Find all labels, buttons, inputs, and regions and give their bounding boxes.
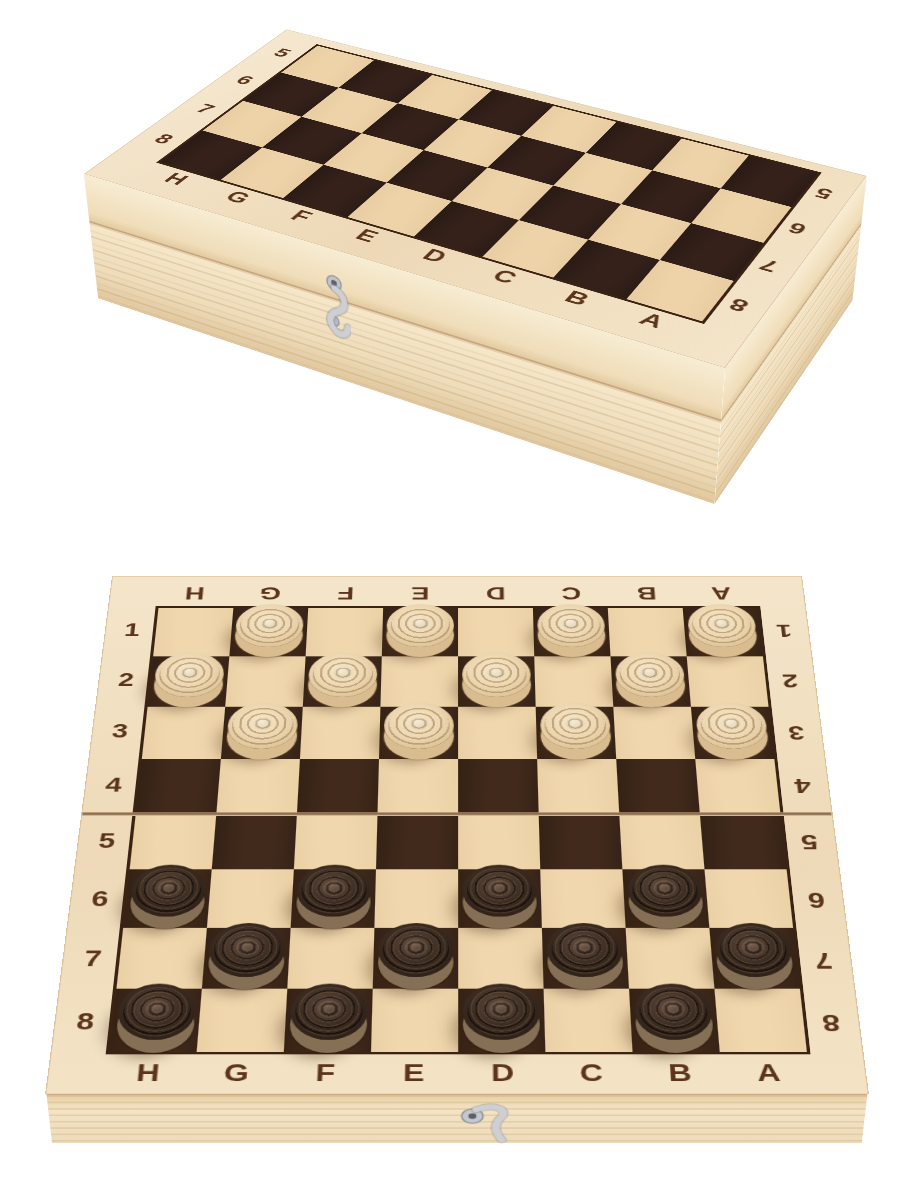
dark-checker-d6 bbox=[463, 865, 538, 917]
square-c7 bbox=[542, 928, 629, 989]
file-label-top-A: A bbox=[683, 582, 760, 605]
light-checker-a3 bbox=[695, 703, 769, 749]
square-f6 bbox=[291, 869, 376, 927]
square-b8 bbox=[629, 989, 720, 1052]
lid-square-e8 bbox=[348, 183, 452, 237]
lid-square-d7 bbox=[452, 168, 554, 221]
square-f2 bbox=[303, 656, 382, 706]
lid-square-a7 bbox=[660, 223, 764, 281]
square-a6 bbox=[704, 869, 793, 927]
square-f8 bbox=[284, 989, 373, 1052]
square-a5 bbox=[700, 813, 787, 869]
file-label-bottom-G: G bbox=[191, 1056, 282, 1090]
square-a1 bbox=[683, 608, 763, 657]
square-a4 bbox=[695, 759, 780, 813]
square-c6 bbox=[540, 869, 625, 927]
file-label-top-E: E bbox=[382, 582, 458, 605]
square-f1 bbox=[306, 608, 384, 657]
square-d5 bbox=[458, 813, 540, 869]
lid-square-a8 bbox=[626, 260, 733, 321]
square-c4 bbox=[537, 759, 619, 813]
square-c5 bbox=[539, 813, 623, 869]
lid-file-label-D: D bbox=[389, 235, 480, 277]
lid-square-b7 bbox=[588, 204, 691, 260]
square-c3 bbox=[536, 707, 617, 759]
dark-checker-b8 bbox=[633, 984, 714, 1040]
square-c1 bbox=[533, 608, 611, 657]
file-label-top-H: H bbox=[156, 582, 233, 605]
closed-box-scene: 5678 5678 HGFEDCBA bbox=[0, 0, 900, 556]
light-checker-b2 bbox=[614, 652, 686, 697]
clasp-hook-icon bbox=[318, 268, 352, 372]
square-f3 bbox=[300, 707, 380, 759]
file-label-bottom-D: D bbox=[458, 1056, 547, 1090]
dark-checker-h8 bbox=[115, 984, 197, 1040]
dark-checker-b6 bbox=[627, 865, 704, 917]
light-checker-g3 bbox=[226, 703, 299, 749]
light-checker-d2 bbox=[462, 652, 531, 697]
rank-label-left-3: 3 bbox=[97, 706, 142, 759]
square-b2 bbox=[610, 656, 690, 706]
square-e5 bbox=[376, 813, 458, 869]
square-f7 bbox=[287, 928, 374, 989]
light-checker-g1 bbox=[234, 604, 304, 647]
dark-checker-e7 bbox=[378, 923, 454, 977]
file-labels-bottom: HGFEDCBA bbox=[102, 1056, 815, 1090]
file-label-top-C: C bbox=[533, 582, 609, 605]
square-d8 bbox=[458, 989, 545, 1052]
square-b3 bbox=[613, 707, 695, 759]
square-g7 bbox=[202, 928, 291, 989]
dark-checker-g7 bbox=[207, 923, 286, 977]
dark-checker-a7 bbox=[713, 923, 793, 977]
rank-label-left-5: 5 bbox=[83, 813, 130, 870]
square-g4 bbox=[216, 759, 300, 813]
clasp-hook-icon bbox=[459, 1102, 511, 1151]
board-grid bbox=[106, 606, 811, 1055]
rank-label-right-3: 3 bbox=[774, 706, 819, 759]
rank-label-left-7: 7 bbox=[68, 929, 118, 991]
square-h4 bbox=[136, 759, 221, 813]
square-d4 bbox=[458, 759, 539, 813]
product-photo-page: { "game": "checkers (draughts) starting … bbox=[0, 0, 900, 1200]
square-d6 bbox=[458, 869, 542, 927]
open-checkers-board: HGFEDCBA HGFEDCBA 12345678 12345678 bbox=[45, 576, 869, 1094]
square-d3 bbox=[458, 707, 537, 759]
square-d1 bbox=[458, 608, 534, 657]
square-g1 bbox=[229, 608, 308, 657]
square-e6 bbox=[374, 869, 458, 927]
dark-checker-h6 bbox=[129, 865, 208, 917]
square-g2 bbox=[225, 656, 305, 706]
square-e8 bbox=[371, 989, 458, 1052]
file-label-bottom-F: F bbox=[280, 1056, 370, 1090]
square-g8 bbox=[197, 989, 288, 1052]
light-checker-c1 bbox=[537, 604, 606, 647]
rank-label-left-6: 6 bbox=[75, 870, 124, 929]
square-d7 bbox=[458, 928, 543, 989]
square-b5 bbox=[619, 813, 704, 869]
rank-label-left-1: 1 bbox=[110, 606, 154, 655]
file-label-bottom-B: B bbox=[635, 1056, 726, 1090]
square-a2 bbox=[687, 656, 769, 706]
square-b6 bbox=[622, 869, 709, 927]
lid-square-d8 bbox=[414, 201, 519, 257]
square-h1 bbox=[153, 608, 233, 657]
lid-square-c8 bbox=[482, 220, 588, 277]
open-board-photo: HGFEDCBA HGFEDCBA 12345678 12345678 bbox=[0, 556, 900, 1200]
square-e7 bbox=[373, 928, 458, 989]
rank-label-right-2: 2 bbox=[768, 655, 813, 706]
square-e1 bbox=[382, 608, 458, 657]
square-c2 bbox=[534, 656, 613, 706]
dark-checker-f8 bbox=[289, 984, 368, 1040]
square-b7 bbox=[626, 928, 715, 989]
dark-checker-f6 bbox=[296, 865, 372, 917]
file-label-top-D: D bbox=[458, 582, 534, 605]
closed-chess-box: 5678 5678 HGFEDCBA bbox=[84, 29, 867, 368]
square-h5 bbox=[130, 813, 217, 869]
square-e2 bbox=[380, 656, 458, 706]
file-label-bottom-E: E bbox=[369, 1056, 458, 1090]
square-e3 bbox=[379, 707, 458, 759]
rank-label-right-8: 8 bbox=[806, 991, 857, 1055]
square-b4 bbox=[616, 759, 700, 813]
file-labels-top: HGFEDCBA bbox=[156, 582, 760, 605]
square-f5 bbox=[294, 813, 378, 869]
square-h2 bbox=[148, 656, 230, 706]
file-label-bottom-A: A bbox=[723, 1056, 815, 1090]
rank-label-left-2: 2 bbox=[104, 655, 148, 706]
square-e4 bbox=[378, 759, 459, 813]
file-label-bottom-H: H bbox=[102, 1056, 194, 1090]
light-checker-a1 bbox=[686, 604, 757, 647]
file-label-top-G: G bbox=[231, 582, 308, 605]
square-a3 bbox=[691, 707, 774, 759]
light-checker-c3 bbox=[540, 703, 612, 749]
square-c8 bbox=[544, 989, 633, 1052]
rank-label-right-6: 6 bbox=[792, 870, 841, 929]
lid-square-b8 bbox=[553, 240, 660, 299]
square-g5 bbox=[212, 813, 297, 869]
rank-label-left-4: 4 bbox=[90, 758, 136, 813]
lid-square-b6 bbox=[621, 170, 721, 223]
light-checker-e3 bbox=[384, 703, 454, 749]
rank-label-right-4: 4 bbox=[780, 758, 826, 813]
rank-label-right-5: 5 bbox=[786, 813, 833, 870]
file-label-bottom-C: C bbox=[546, 1056, 636, 1090]
square-g3 bbox=[221, 707, 303, 759]
light-checker-h2 bbox=[153, 652, 226, 697]
dark-checker-c7 bbox=[546, 923, 623, 977]
square-a7 bbox=[709, 928, 800, 989]
square-f4 bbox=[297, 759, 379, 813]
square-h6 bbox=[123, 869, 212, 927]
square-h7 bbox=[116, 928, 206, 989]
dark-checker-d8 bbox=[463, 984, 541, 1040]
open-board-front-side bbox=[46, 1094, 867, 1144]
file-label-top-F: F bbox=[307, 582, 383, 605]
square-g6 bbox=[207, 869, 294, 927]
rank-label-left-8: 8 bbox=[60, 991, 111, 1055]
closed-box-photo: 5678 5678 HGFEDCBA bbox=[0, 0, 900, 556]
square-b1 bbox=[608, 608, 687, 657]
rank-label-right-7: 7 bbox=[799, 929, 849, 991]
lid-square-c7 bbox=[519, 186, 621, 240]
hinge-seam bbox=[82, 812, 832, 816]
rank-label-right-1: 1 bbox=[762, 606, 806, 655]
lid-square-a6 bbox=[691, 188, 791, 242]
light-checker-f2 bbox=[308, 652, 378, 697]
file-label-top-B: B bbox=[608, 582, 685, 605]
square-h3 bbox=[142, 707, 225, 759]
open-board-scene: HGFEDCBA HGFEDCBA 12345678 12345678 bbox=[0, 556, 900, 1200]
square-h8 bbox=[109, 989, 201, 1052]
square-a8 bbox=[714, 989, 806, 1052]
light-checker-e1 bbox=[386, 604, 454, 647]
square-d2 bbox=[458, 656, 536, 706]
